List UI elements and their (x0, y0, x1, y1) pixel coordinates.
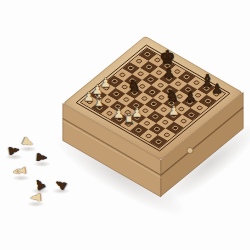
peg-hole-icon (153, 126, 161, 132)
peg-hole-icon (143, 120, 151, 126)
peg-hole-icon (155, 70, 163, 76)
peg-hole-icon (145, 64, 153, 70)
peg-hole-icon (151, 114, 159, 120)
chess-piece-dark-pawn-h8[interactable]: ♟ (211, 82, 223, 95)
peg-hole-icon (156, 82, 164, 88)
peg-hole-icon (146, 76, 154, 82)
peg-hole-icon (171, 125, 179, 131)
peg-hole-icon (182, 74, 190, 80)
peg-hole-icon (148, 89, 156, 95)
loose-chess-piece-light-pawn[interactable]: ♟ (28, 191, 42, 204)
peg-hole-icon (137, 71, 145, 77)
peg-hole-icon (143, 52, 151, 58)
peg-hole-icon (159, 107, 167, 113)
chess-piece-light-rook-e1[interactable]: ♜ (122, 112, 135, 126)
chess-piece-dark-pawn-d7[interactable]: ♟ (163, 66, 175, 79)
chess-piece-dark-knight-c4[interactable]: ♞ (127, 79, 140, 94)
chess-piece-light-bishop-b1[interactable]: ♝ (92, 93, 106, 109)
peg-hole-icon (127, 65, 135, 71)
chess-piece-dark-pawn-g6[interactable]: ♟ (185, 90, 197, 103)
peg-hole-icon (179, 118, 187, 124)
peg-hole-icon (174, 81, 182, 87)
chess-piece-light-pawn-g4[interactable]: ♟ (168, 104, 180, 117)
peg-hole-icon (162, 132, 170, 138)
peg-hole-icon (187, 112, 195, 118)
peg-hole-icon (145, 133, 153, 139)
peg-hole-icon (140, 96, 148, 102)
peg-hole-icon (135, 127, 143, 133)
peg-hole-icon (122, 97, 130, 103)
peg-hole-icon (150, 101, 158, 107)
peg-hole-icon (119, 72, 127, 78)
peg-hole-icon (135, 58, 143, 64)
peg-hole-icon (203, 98, 211, 104)
loose-chess-piece-light-bishop[interactable]: ♝ (11, 163, 29, 180)
loose-chess-piece-dark-pawn[interactable]: ♟ (34, 151, 48, 164)
chess-piece-dark-king-c8[interactable]: ♚ (159, 48, 175, 66)
box-latch-knob[interactable] (187, 148, 193, 154)
product-photo-travel-chess-set: ♚♝♟♟♟♞♞♟♟♟♟♟♝♟♜♟♟♟♝♟♟♟ (0, 0, 250, 250)
peg-hole-icon (154, 138, 162, 144)
peg-hole-icon (195, 105, 203, 111)
peg-hole-icon (112, 91, 120, 97)
peg-hole-icon (161, 119, 169, 125)
